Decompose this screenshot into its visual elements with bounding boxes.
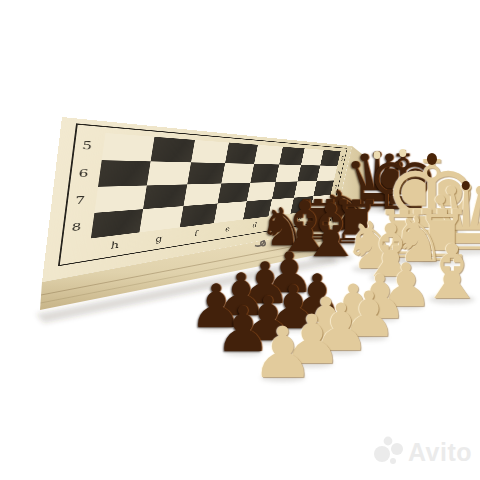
board-square — [151, 137, 195, 163]
rank-label-right: 8 — [329, 198, 336, 204]
board-square — [180, 203, 218, 227]
rank-label-right: 5 — [339, 156, 346, 162]
board-square — [320, 150, 340, 166]
file-label: h — [105, 239, 124, 251]
file-label: f — [189, 229, 203, 239]
rank-label-left: 8 — [65, 221, 87, 234]
board-square — [310, 195, 331, 211]
piece-shadow — [261, 373, 304, 382]
piece-shadow — [398, 229, 465, 242]
board-square — [91, 209, 143, 238]
file-label: e — [222, 225, 234, 234]
avito-logo-icon — [374, 436, 404, 468]
piece-shadow — [321, 347, 361, 355]
piece-shadow — [352, 265, 392, 273]
rank-label-right: 6 — [335, 170, 342, 176]
board-square — [139, 206, 183, 232]
board-square — [317, 166, 337, 181]
rank-label-right: 7 — [332, 184, 339, 190]
watermark: Avito — [374, 436, 472, 468]
piece-shadow — [291, 359, 333, 367]
board-square — [147, 161, 191, 185]
board-square — [225, 143, 258, 164]
file-label: b — [295, 215, 303, 222]
file-label: d — [249, 221, 259, 230]
piece-shadow — [328, 225, 362, 232]
piece-shadow — [309, 253, 354, 262]
file-label: c — [274, 218, 283, 226]
board-square — [187, 162, 225, 184]
product-photo: hgfedcba56785678 ♛♚♞♚♜♜♞♛♝♝♜♜♞♞♝♟♝♟♟♟♟♟♟… — [0, 0, 480, 480]
board-square — [214, 201, 247, 223]
file-label: g — [151, 233, 167, 244]
rank-label-left: 5 — [76, 139, 98, 152]
checker-grid — [91, 133, 341, 238]
board-square — [102, 133, 155, 161]
rank-label-left: 7 — [69, 195, 91, 207]
board-square — [98, 160, 151, 187]
watermark-text: Avito — [408, 438, 472, 467]
board-square — [254, 145, 283, 165]
board-square — [221, 163, 254, 183]
piece-shadow — [301, 236, 335, 243]
rank-label-left: 6 — [72, 168, 94, 180]
board-square — [191, 140, 229, 163]
file-label: a — [314, 213, 321, 220]
piece-shadow — [369, 273, 414, 282]
